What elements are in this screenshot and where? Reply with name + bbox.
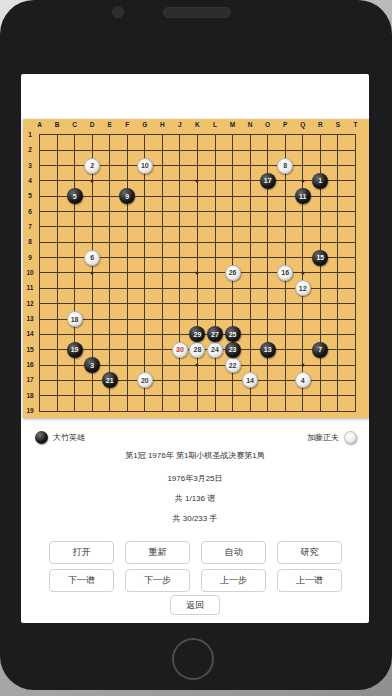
row-label: 9: [28, 254, 32, 261]
stone-white-8: 8: [277, 158, 293, 174]
button-row-1: 打开 重新 自动 研究: [49, 541, 342, 564]
move-counter: 共 30/233 手: [21, 515, 369, 523]
star-point: [196, 364, 199, 367]
col-label: P: [283, 122, 287, 129]
row-label: 19: [26, 408, 33, 415]
grid-hline: [39, 211, 356, 212]
stone-white-24: 24: [207, 342, 223, 358]
row-label: 12: [26, 300, 33, 307]
grid-hline: [39, 319, 356, 320]
white-stone-icon: [344, 431, 357, 444]
black-player: 大竹英雄: [35, 431, 85, 444]
stone-black-23: 23: [225, 342, 241, 358]
diagram-counter: 共 1/136 谱: [21, 495, 369, 503]
next-move-button[interactable]: 下一步: [125, 569, 190, 592]
col-label: S: [336, 122, 340, 129]
col-label: L: [213, 122, 217, 129]
stone-white-16: 16: [277, 265, 293, 281]
col-label: T: [353, 122, 357, 129]
stone-black-1: 1: [312, 173, 328, 189]
game-date: 1976年3月25日: [21, 475, 369, 483]
study-button[interactable]: 研究: [277, 541, 342, 564]
back-button[interactable]: 返回: [170, 595, 220, 615]
row-label: 3: [28, 162, 32, 169]
black-stone-icon: [35, 431, 48, 444]
stone-black-21: 21: [102, 372, 118, 388]
stone-black-29: 29: [189, 326, 205, 342]
open-button[interactable]: 打开: [49, 541, 114, 564]
button-row-2: 下一谱 下一步 上一步 上一谱: [49, 569, 342, 592]
next-diagram-button[interactable]: 下一谱: [49, 569, 114, 592]
star-point: [301, 271, 304, 274]
grid-hline: [39, 411, 356, 412]
prev-move-button[interactable]: 上一步: [201, 569, 266, 592]
row-label: 4: [28, 178, 32, 185]
back-row: 返回: [21, 595, 369, 615]
auto-button[interactable]: 自动: [201, 541, 266, 564]
col-label: C: [72, 122, 77, 129]
stone-white-28: 28: [189, 342, 205, 358]
row-label: 5: [28, 193, 32, 200]
star-point: [196, 179, 199, 182]
row-label: 8: [28, 239, 32, 246]
stone-black-17: 17: [260, 173, 276, 189]
col-label: F: [125, 122, 129, 129]
stone-black-3: 3: [84, 357, 100, 373]
star-point: [301, 364, 304, 367]
stone-white-30: 30: [172, 342, 188, 358]
star-point: [91, 179, 94, 182]
stone-black-27: 27: [207, 326, 223, 342]
stone-white-14: 14: [242, 372, 258, 388]
phone-frame: ABCDEFGHJKLMNOPQRST123456789101112131415…: [0, 0, 392, 690]
game-title: 第1冠 1976年 第1期小棋圣战决赛第1局: [21, 452, 369, 460]
grid-hline: [39, 150, 356, 151]
white-player: 加藤正夫: [307, 431, 357, 444]
col-label: J: [178, 122, 182, 129]
row-label: 16: [26, 362, 33, 369]
home-button[interactable]: [172, 638, 214, 680]
col-label: E: [108, 122, 112, 129]
row-label: 18: [26, 393, 33, 400]
stone-black-13: 13: [260, 342, 276, 358]
grid-hline: [39, 226, 356, 227]
col-label: G: [142, 122, 147, 129]
grid-hline: [39, 242, 356, 243]
col-label: N: [248, 122, 253, 129]
grid-hline: [39, 134, 356, 135]
stone-black-25: 25: [225, 326, 241, 342]
col-label: B: [55, 122, 60, 129]
row-label: 6: [28, 208, 32, 215]
prev-diagram-button[interactable]: 上一谱: [277, 569, 342, 592]
stone-black-11: 11: [295, 188, 311, 204]
app-screen: ABCDEFGHJKLMNOPQRST123456789101112131415…: [21, 74, 369, 623]
stone-white-26: 26: [225, 265, 241, 281]
stone-white-18: 18: [67, 311, 83, 327]
col-label: O: [265, 122, 270, 129]
row-label: 10: [26, 270, 33, 277]
star-point: [301, 179, 304, 182]
stone-black-5: 5: [67, 188, 83, 204]
restart-button[interactable]: 重新: [125, 541, 190, 564]
row-label: 14: [26, 331, 33, 338]
stone-black-7: 7: [312, 342, 328, 358]
camera-icon: [112, 6, 124, 18]
row-label: 15: [26, 346, 33, 353]
col-label: Q: [300, 122, 305, 129]
speaker-icon: [163, 7, 231, 18]
stone-white-4: 4: [295, 372, 311, 388]
stone-white-10: 10: [137, 158, 153, 174]
players-row: 大竹英雄 加藤正夫: [35, 429, 357, 445]
col-label: A: [37, 122, 42, 129]
col-label: K: [195, 122, 200, 129]
grid-hline: [39, 303, 356, 304]
col-label: D: [90, 122, 95, 129]
row-label: 11: [27, 285, 34, 292]
stone-black-9: 9: [119, 188, 135, 204]
row-label: 7: [28, 224, 32, 231]
stone-black-19: 19: [67, 342, 83, 358]
col-label: M: [230, 122, 235, 129]
stone-white-12: 12: [295, 280, 311, 296]
row-label: 2: [28, 147, 32, 154]
stone-white-20: 20: [137, 372, 153, 388]
row-label: 1: [28, 132, 32, 139]
col-label: H: [160, 122, 165, 129]
stone-black-15: 15: [312, 250, 328, 266]
go-board[interactable]: ABCDEFGHJKLMNOPQRST123456789101112131415…: [23, 119, 369, 418]
stone-white-2: 2: [84, 158, 100, 174]
star-point: [196, 271, 199, 274]
col-label: R: [318, 122, 323, 129]
stone-white-22: 22: [225, 357, 241, 373]
row-label: 17: [26, 377, 33, 384]
black-player-name: 大竹英雄: [53, 432, 85, 443]
star-point: [91, 271, 94, 274]
stone-white-6: 6: [84, 250, 100, 266]
white-player-name: 加藤正夫: [307, 432, 339, 443]
row-label: 13: [26, 316, 33, 323]
grid-hline: [39, 395, 356, 396]
